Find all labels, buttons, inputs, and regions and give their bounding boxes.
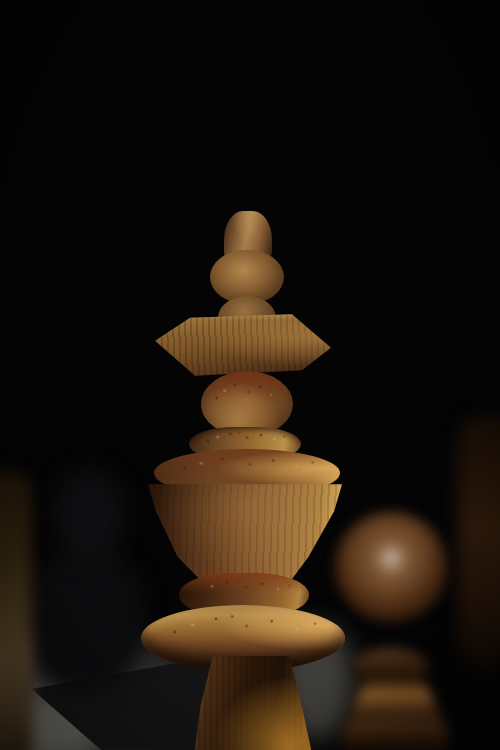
photo-scene xyxy=(0,0,500,750)
king-cross-arm xyxy=(150,310,336,380)
king-stem xyxy=(192,656,314,750)
king-body-cone xyxy=(146,478,344,582)
wooden-king-piece xyxy=(0,0,500,750)
